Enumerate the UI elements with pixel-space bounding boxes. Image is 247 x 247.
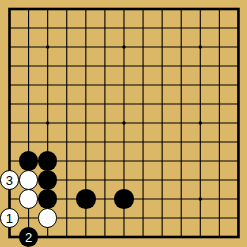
intersection[interactable] — [19, 190, 38, 209]
intersection[interactable] — [0, 0, 19, 19]
intersection[interactable] — [76, 133, 95, 152]
intersection[interactable] — [0, 76, 19, 95]
intersection[interactable] — [229, 57, 247, 76]
intersection[interactable] — [38, 95, 57, 114]
intersection[interactable] — [210, 38, 229, 57]
intersection[interactable] — [19, 38, 38, 57]
intersection[interactable] — [114, 38, 133, 57]
intersection[interactable] — [172, 0, 191, 19]
intersection[interactable] — [210, 0, 229, 19]
intersection[interactable] — [210, 57, 229, 76]
intersection[interactable] — [191, 95, 210, 114]
intersection[interactable] — [153, 0, 172, 19]
intersection[interactable] — [19, 76, 38, 95]
intersection[interactable] — [57, 19, 76, 38]
intersection[interactable] — [57, 171, 76, 190]
intersection[interactable] — [210, 171, 229, 190]
intersection[interactable] — [133, 19, 152, 38]
intersection[interactable] — [114, 0, 133, 19]
intersection[interactable] — [229, 209, 247, 228]
intersection[interactable] — [172, 209, 191, 228]
intersection[interactable] — [95, 209, 114, 228]
intersection[interactable] — [57, 228, 76, 247]
intersection[interactable] — [38, 0, 57, 19]
intersection[interactable] — [133, 95, 152, 114]
intersection[interactable] — [153, 114, 172, 133]
intersection[interactable] — [191, 19, 210, 38]
intersection[interactable] — [172, 171, 191, 190]
intersection[interactable] — [95, 133, 114, 152]
intersection[interactable] — [191, 152, 210, 171]
intersection[interactable] — [114, 95, 133, 114]
intersection[interactable] — [76, 0, 95, 19]
intersection[interactable] — [133, 114, 152, 133]
intersection[interactable] — [229, 152, 247, 171]
intersection[interactable] — [133, 0, 152, 19]
intersection[interactable] — [210, 190, 229, 209]
intersection[interactable] — [76, 171, 95, 190]
intersection[interactable] — [191, 209, 210, 228]
intersection[interactable] — [57, 133, 76, 152]
intersection[interactable] — [38, 190, 57, 209]
intersection[interactable] — [0, 19, 19, 38]
intersection[interactable] — [210, 114, 229, 133]
intersection[interactable] — [210, 19, 229, 38]
intersection[interactable] — [0, 228, 19, 247]
intersection[interactable]: 3 — [0, 171, 19, 190]
intersection[interactable] — [191, 38, 210, 57]
go-board[interactable]: 312 — [0, 0, 247, 247]
intersection[interactable] — [191, 171, 210, 190]
intersection[interactable] — [57, 152, 76, 171]
intersection[interactable] — [229, 228, 247, 247]
intersection[interactable] — [38, 76, 57, 95]
intersection[interactable] — [210, 228, 229, 247]
intersection[interactable] — [19, 171, 38, 190]
intersection[interactable] — [38, 38, 57, 57]
intersection[interactable] — [172, 228, 191, 247]
intersection[interactable] — [19, 114, 38, 133]
intersection[interactable] — [229, 190, 247, 209]
intersection[interactable] — [0, 38, 19, 57]
intersection[interactable] — [95, 190, 114, 209]
intersection[interactable] — [172, 19, 191, 38]
black-stone-move-2: 2 — [19, 227, 39, 247]
black-stone — [114, 189, 134, 209]
intersection[interactable] — [191, 190, 210, 209]
intersection[interactable] — [38, 152, 57, 171]
intersection[interactable] — [38, 19, 57, 38]
intersection[interactable] — [0, 190, 19, 209]
intersection[interactable] — [57, 57, 76, 76]
intersection[interactable] — [57, 209, 76, 228]
intersection[interactable] — [133, 171, 152, 190]
intersection[interactable] — [57, 0, 76, 19]
go-diagram-page: 312 — [0, 0, 247, 247]
intersection[interactable] — [114, 57, 133, 76]
intersection[interactable] — [133, 152, 152, 171]
intersection[interactable] — [57, 38, 76, 57]
intersection[interactable] — [153, 209, 172, 228]
intersection[interactable] — [172, 57, 191, 76]
intersection[interactable] — [153, 38, 172, 57]
intersection[interactable] — [172, 133, 191, 152]
intersection[interactable] — [210, 152, 229, 171]
intersection[interactable] — [0, 133, 19, 152]
intersection[interactable] — [19, 95, 38, 114]
intersection[interactable] — [153, 76, 172, 95]
intersection[interactable] — [76, 228, 95, 247]
intersection[interactable] — [229, 171, 247, 190]
intersection[interactable] — [19, 133, 38, 152]
intersection[interactable] — [95, 57, 114, 76]
intersection[interactable] — [114, 152, 133, 171]
intersection[interactable] — [210, 209, 229, 228]
intersection[interactable] — [133, 38, 152, 57]
board-cells: 312 — [0, 0, 247, 247]
intersection[interactable] — [133, 209, 152, 228]
intersection[interactable] — [95, 228, 114, 247]
intersection[interactable] — [19, 209, 38, 228]
intersection[interactable] — [153, 133, 172, 152]
intersection[interactable] — [95, 114, 114, 133]
intersection[interactable] — [229, 0, 247, 19]
intersection[interactable] — [153, 95, 172, 114]
white-stone — [38, 208, 58, 228]
white-stone-move-1: 1 — [0, 208, 19, 228]
intersection[interactable] — [38, 209, 57, 228]
intersection[interactable] — [38, 114, 57, 133]
intersection[interactable] — [114, 228, 133, 247]
intersection[interactable] — [229, 95, 247, 114]
intersection[interactable] — [95, 76, 114, 95]
intersection[interactable] — [76, 95, 95, 114]
intersection[interactable] — [76, 152, 95, 171]
intersection[interactable] — [229, 38, 247, 57]
intersection[interactable] — [76, 19, 95, 38]
intersection[interactable] — [153, 171, 172, 190]
intersection[interactable] — [0, 57, 19, 76]
intersection[interactable] — [153, 152, 172, 171]
intersection[interactable] — [38, 133, 57, 152]
intersection[interactable] — [114, 133, 133, 152]
intersection[interactable] — [153, 228, 172, 247]
intersection[interactable] — [210, 76, 229, 95]
intersection[interactable] — [133, 133, 152, 152]
intersection[interactable] — [19, 57, 38, 76]
intersection[interactable] — [95, 38, 114, 57]
black-stone — [76, 189, 96, 209]
intersection[interactable] — [172, 152, 191, 171]
black-stone — [19, 151, 39, 171]
intersection[interactable] — [19, 0, 38, 19]
intersection[interactable] — [76, 38, 95, 57]
intersection[interactable] — [133, 228, 152, 247]
intersection[interactable] — [191, 76, 210, 95]
intersection[interactable] — [95, 19, 114, 38]
intersection[interactable] — [229, 114, 247, 133]
intersection[interactable] — [191, 228, 210, 247]
intersection[interactable] — [0, 152, 19, 171]
intersection[interactable] — [76, 114, 95, 133]
intersection[interactable] — [38, 171, 57, 190]
intersection[interactable] — [76, 57, 95, 76]
intersection[interactable] — [229, 19, 247, 38]
white-stone — [19, 189, 39, 209]
intersection[interactable] — [172, 190, 191, 209]
intersection[interactable] — [210, 95, 229, 114]
intersection[interactable] — [38, 57, 57, 76]
intersection[interactable] — [95, 95, 114, 114]
intersection[interactable] — [114, 76, 133, 95]
intersection[interactable] — [19, 152, 38, 171]
intersection[interactable]: 1 — [0, 209, 19, 228]
intersection[interactable] — [229, 133, 247, 152]
intersection[interactable] — [95, 152, 114, 171]
intersection[interactable] — [172, 38, 191, 57]
intersection[interactable] — [76, 190, 95, 209]
intersection[interactable] — [153, 57, 172, 76]
intersection[interactable] — [229, 76, 247, 95]
intersection[interactable] — [95, 0, 114, 19]
intersection[interactable] — [114, 114, 133, 133]
intersection[interactable] — [38, 228, 57, 247]
intersection[interactable] — [114, 209, 133, 228]
intersection[interactable] — [76, 76, 95, 95]
intersection[interactable] — [191, 114, 210, 133]
intersection[interactable] — [191, 133, 210, 152]
intersection[interactable] — [191, 57, 210, 76]
intersection[interactable] — [57, 76, 76, 95]
white-stone — [19, 170, 39, 190]
intersection[interactable] — [191, 0, 210, 19]
intersection[interactable] — [133, 76, 152, 95]
intersection[interactable]: 2 — [19, 228, 38, 247]
intersection[interactable] — [133, 190, 152, 209]
white-stone-move-3: 3 — [0, 170, 19, 190]
intersection[interactable] — [0, 95, 19, 114]
intersection[interactable] — [57, 114, 76, 133]
intersection[interactable] — [76, 209, 95, 228]
intersection[interactable] — [57, 95, 76, 114]
intersection[interactable] — [210, 133, 229, 152]
intersection[interactable] — [172, 95, 191, 114]
black-stone — [38, 189, 58, 209]
intersection[interactable] — [153, 19, 172, 38]
intersection[interactable] — [153, 190, 172, 209]
intersection[interactable] — [133, 57, 152, 76]
intersection[interactable] — [0, 114, 19, 133]
intersection[interactable] — [114, 171, 133, 190]
black-stone — [38, 170, 58, 190]
intersection[interactable] — [19, 19, 38, 38]
intersection[interactable] — [95, 171, 114, 190]
intersection[interactable] — [57, 190, 76, 209]
intersection[interactable] — [114, 190, 133, 209]
intersection[interactable] — [172, 76, 191, 95]
black-stone — [38, 151, 58, 171]
intersection[interactable] — [172, 114, 191, 133]
intersection[interactable] — [114, 19, 133, 38]
